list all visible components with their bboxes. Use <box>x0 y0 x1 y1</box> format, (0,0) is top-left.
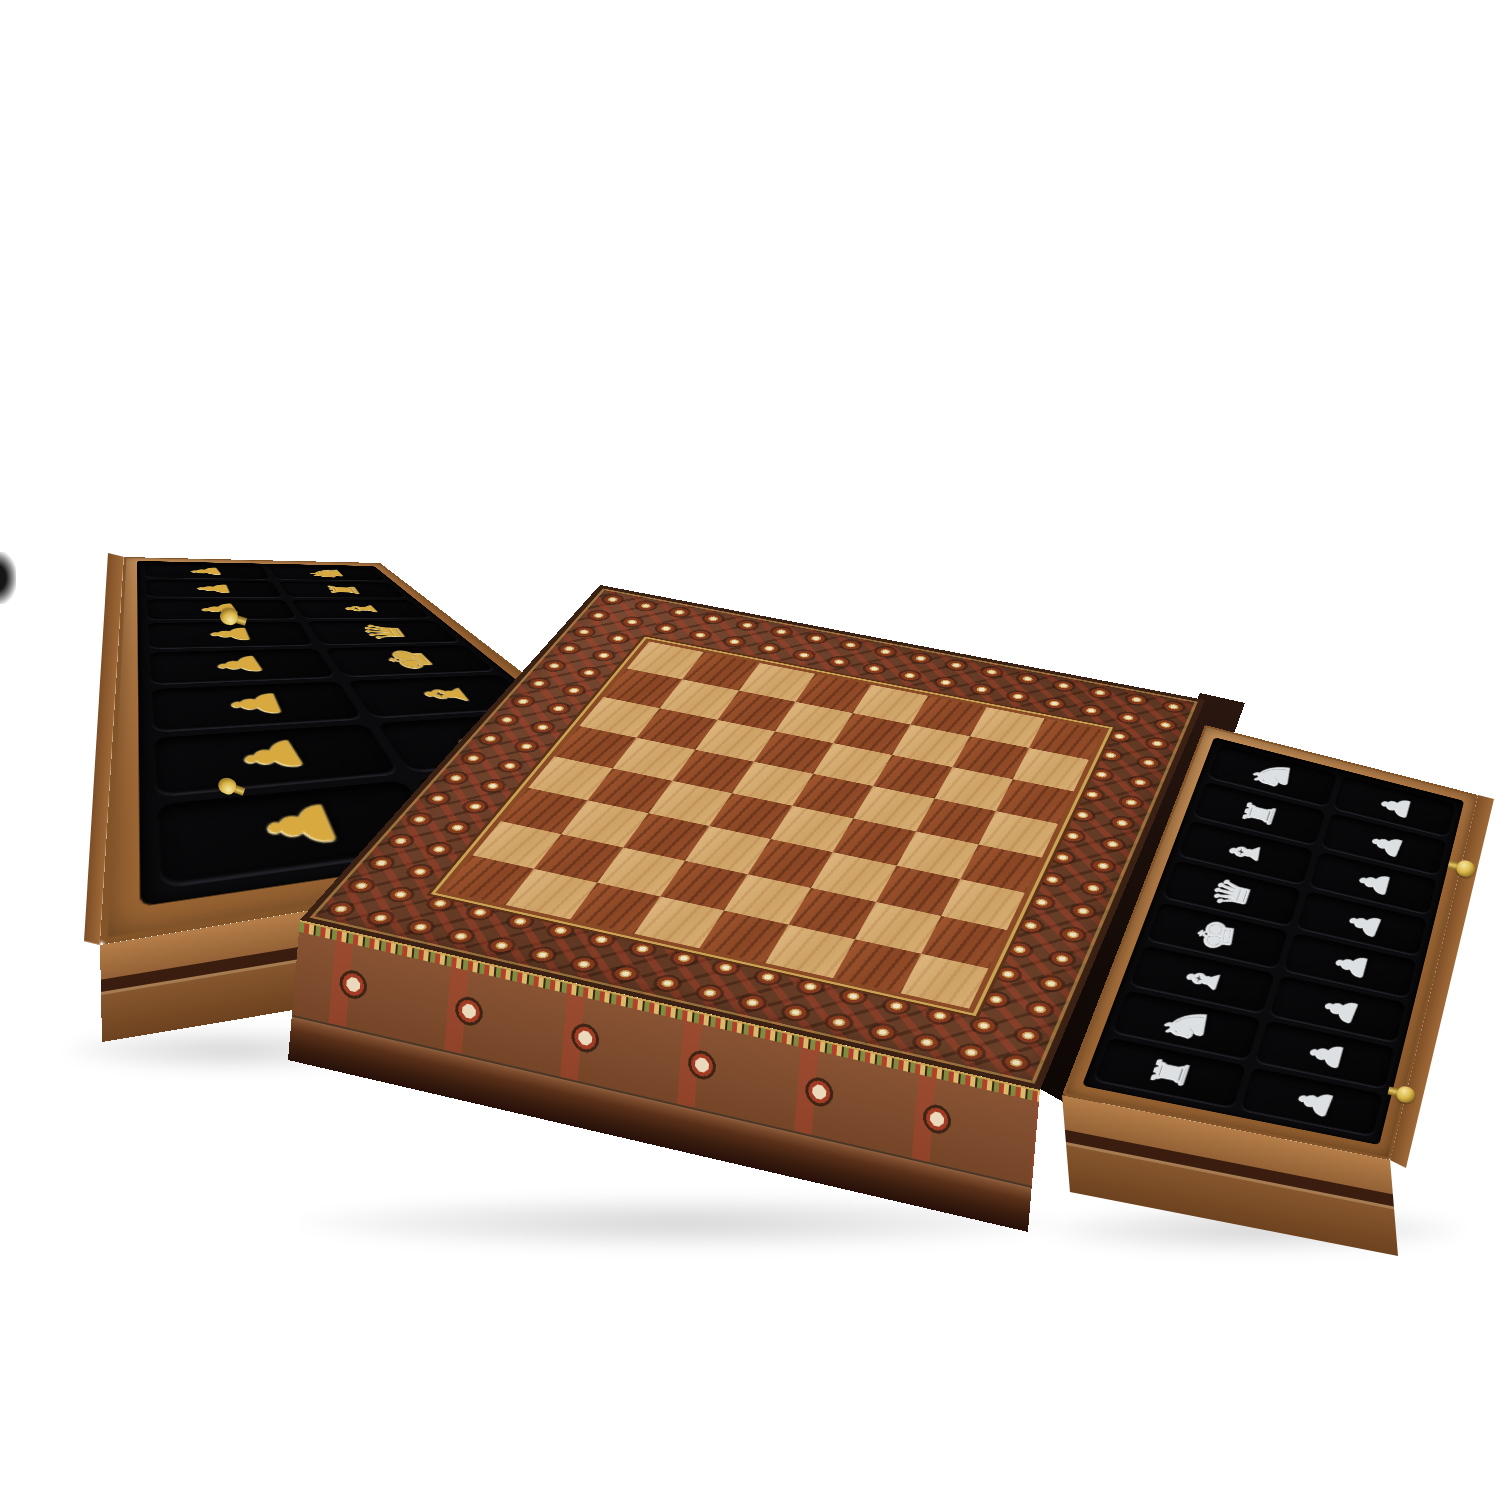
pawn-piece-silver: ♟ <box>1341 905 1388 942</box>
pawn-piece-silver: ♟ <box>1374 790 1415 822</box>
knight-piece-silver: ♞ <box>1155 1003 1215 1047</box>
queen-piece-silver: ♛ <box>1206 873 1260 913</box>
checkerboard <box>435 638 1109 1013</box>
pawn-piece-silver: ♟ <box>1328 947 1373 983</box>
tray-compartment: ♚ <box>323 645 496 677</box>
bishop-piece-gold: ♝ <box>410 682 481 707</box>
pawn-piece-silver: ♟ <box>1316 990 1365 1029</box>
bishop-piece-silver: ♝ <box>1223 837 1266 869</box>
tray-compartment: ♝ <box>290 600 432 619</box>
tray-compartment: ♞ <box>267 566 387 581</box>
tray-compartment: ♟ <box>149 648 336 684</box>
pawn-piece-gold: ♟ <box>184 566 228 577</box>
tray-compartment: ♟ <box>150 681 362 731</box>
pawn-piece-gold: ♟ <box>207 652 273 678</box>
tray-compartment: ♛ <box>305 620 461 645</box>
pawn-piece-silver: ♟ <box>1302 1035 1350 1073</box>
pawn-piece-gold: ♟ <box>192 582 236 594</box>
pawn-piece-gold: ♟ <box>229 733 317 781</box>
knight-piece-silver: ♞ <box>1245 756 1297 794</box>
queen-piece-gold: ♛ <box>355 622 416 642</box>
tray-compartment: ♟ <box>145 580 283 598</box>
pawn-piece-gold: ♟ <box>221 689 291 720</box>
tray-compartment: ♜ <box>278 581 408 598</box>
bishop-piece-silver: ♝ <box>1178 961 1228 998</box>
rook-piece-silver: ♜ <box>1237 797 1282 831</box>
king-piece-gold: ♚ <box>374 648 446 672</box>
pawn-piece-silver: ♟ <box>1289 1081 1340 1123</box>
photo-edge-artifact <box>0 552 16 604</box>
product-photo-chess-box: ♟♞♟♜♟♝♟♛♟♚♟♝♟♞♟♜ ♞♟♜♟♝♟♛♟♚♟♝♟♞♟♜♟ <box>0 0 1500 1500</box>
pawn-piece-gold: ♟ <box>252 796 352 859</box>
knight-piece-gold: ♞ <box>301 567 354 580</box>
bishop-piece-gold: ♝ <box>336 602 386 615</box>
rook-piece-gold: ♜ <box>322 583 365 596</box>
pawn-piece-silver: ♟ <box>1364 827 1409 862</box>
king-piece-silver: ♚ <box>1191 916 1242 954</box>
pawn-piece-silver: ♟ <box>1352 866 1395 900</box>
rook-piece-silver: ♜ <box>1145 1053 1198 1093</box>
tray-compartment: ♟ <box>144 563 270 579</box>
